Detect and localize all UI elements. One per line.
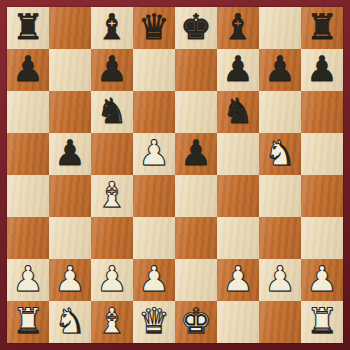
square-h7[interactable]: ♟ xyxy=(301,49,343,91)
square-d3[interactable] xyxy=(133,217,175,259)
square-f6[interactable]: ♞ xyxy=(217,91,259,133)
chess-board-frame: ♜♝♛♚♝♜♟♟♟♟♟♞♞♟♟♟♞♝♟♟♟♟♟♟♟♜♞♝♛♚♜ xyxy=(0,0,350,350)
square-a3[interactable] xyxy=(7,217,49,259)
square-d7[interactable] xyxy=(133,49,175,91)
square-e6[interactable] xyxy=(175,91,217,133)
square-h8[interactable]: ♜ xyxy=(301,7,343,49)
piece-white-pawn[interactable]: ♟ xyxy=(264,259,295,300)
square-c5[interactable] xyxy=(91,133,133,175)
square-a2[interactable]: ♟ xyxy=(7,259,49,301)
piece-white-queen[interactable]: ♛ xyxy=(138,301,169,342)
square-b1[interactable]: ♞ xyxy=(49,301,91,343)
piece-white-knight[interactable]: ♞ xyxy=(264,133,295,174)
square-h2[interactable]: ♟ xyxy=(301,259,343,301)
piece-white-pawn[interactable]: ♟ xyxy=(138,259,169,300)
square-b7[interactable] xyxy=(49,49,91,91)
piece-black-knight[interactable]: ♞ xyxy=(222,91,253,132)
piece-black-bishop[interactable]: ♝ xyxy=(96,7,127,48)
square-h6[interactable] xyxy=(301,91,343,133)
square-c7[interactable]: ♟ xyxy=(91,49,133,91)
piece-white-rook[interactable]: ♜ xyxy=(12,301,43,342)
square-g6[interactable] xyxy=(259,91,301,133)
piece-black-rook[interactable]: ♜ xyxy=(306,7,337,48)
square-a4[interactable] xyxy=(7,175,49,217)
piece-white-pawn[interactable]: ♟ xyxy=(96,259,127,300)
square-h4[interactable] xyxy=(301,175,343,217)
piece-black-queen[interactable]: ♛ xyxy=(138,7,169,48)
square-c4[interactable]: ♝ xyxy=(91,175,133,217)
piece-black-king[interactable]: ♚ xyxy=(180,7,211,48)
piece-black-pawn[interactable]: ♟ xyxy=(264,49,295,90)
square-e1[interactable]: ♚ xyxy=(175,301,217,343)
square-d6[interactable] xyxy=(133,91,175,133)
piece-white-pawn[interactable]: ♟ xyxy=(12,259,43,300)
square-g4[interactable] xyxy=(259,175,301,217)
square-b6[interactable] xyxy=(49,91,91,133)
piece-white-bishop[interactable]: ♝ xyxy=(96,301,127,342)
square-h3[interactable] xyxy=(301,217,343,259)
piece-black-pawn[interactable]: ♟ xyxy=(180,133,211,174)
square-g7[interactable]: ♟ xyxy=(259,49,301,91)
piece-black-rook[interactable]: ♜ xyxy=(12,7,43,48)
piece-black-pawn[interactable]: ♟ xyxy=(222,49,253,90)
piece-white-rook[interactable]: ♜ xyxy=(306,301,337,342)
square-c3[interactable] xyxy=(91,217,133,259)
square-d8[interactable]: ♛ xyxy=(133,7,175,49)
square-e5[interactable]: ♟ xyxy=(175,133,217,175)
square-a1[interactable]: ♜ xyxy=(7,301,49,343)
piece-white-pawn[interactable]: ♟ xyxy=(138,133,169,174)
piece-black-pawn[interactable]: ♟ xyxy=(306,49,337,90)
square-b3[interactable] xyxy=(49,217,91,259)
piece-black-knight[interactable]: ♞ xyxy=(96,91,127,132)
piece-black-pawn[interactable]: ♟ xyxy=(54,133,85,174)
piece-white-king[interactable]: ♚ xyxy=(180,301,211,342)
square-g1[interactable] xyxy=(259,301,301,343)
square-a6[interactable] xyxy=(7,91,49,133)
piece-white-pawn[interactable]: ♟ xyxy=(306,259,337,300)
square-h5[interactable] xyxy=(301,133,343,175)
square-e7[interactable] xyxy=(175,49,217,91)
square-h1[interactable]: ♜ xyxy=(301,301,343,343)
square-e4[interactable] xyxy=(175,175,217,217)
square-d4[interactable] xyxy=(133,175,175,217)
square-f1[interactable] xyxy=(217,301,259,343)
square-g3[interactable] xyxy=(259,217,301,259)
piece-white-pawn[interactable]: ♟ xyxy=(54,259,85,300)
square-a5[interactable] xyxy=(7,133,49,175)
square-b2[interactable]: ♟ xyxy=(49,259,91,301)
square-f5[interactable] xyxy=(217,133,259,175)
square-c8[interactable]: ♝ xyxy=(91,7,133,49)
piece-black-pawn[interactable]: ♟ xyxy=(12,49,43,90)
chess-board: ♜♝♛♚♝♜♟♟♟♟♟♞♞♟♟♟♞♝♟♟♟♟♟♟♟♜♞♝♛♚♜ xyxy=(7,7,343,343)
square-d1[interactable]: ♛ xyxy=(133,301,175,343)
square-f2[interactable]: ♟ xyxy=(217,259,259,301)
square-f3[interactable] xyxy=(217,217,259,259)
piece-white-pawn[interactable]: ♟ xyxy=(222,259,253,300)
square-d5[interactable]: ♟ xyxy=(133,133,175,175)
square-e3[interactable] xyxy=(175,217,217,259)
square-b8[interactable] xyxy=(49,7,91,49)
square-g5[interactable]: ♞ xyxy=(259,133,301,175)
square-b4[interactable] xyxy=(49,175,91,217)
square-a8[interactable]: ♜ xyxy=(7,7,49,49)
square-g8[interactable] xyxy=(259,7,301,49)
piece-white-knight[interactable]: ♞ xyxy=(54,301,85,342)
square-a7[interactable]: ♟ xyxy=(7,49,49,91)
piece-white-bishop[interactable]: ♝ xyxy=(96,175,127,216)
piece-black-pawn[interactable]: ♟ xyxy=(96,49,127,90)
square-e2[interactable] xyxy=(175,259,217,301)
square-g2[interactable]: ♟ xyxy=(259,259,301,301)
square-e8[interactable]: ♚ xyxy=(175,7,217,49)
square-c6[interactable]: ♞ xyxy=(91,91,133,133)
square-b5[interactable]: ♟ xyxy=(49,133,91,175)
square-c2[interactable]: ♟ xyxy=(91,259,133,301)
square-f4[interactable] xyxy=(217,175,259,217)
piece-black-bishop[interactable]: ♝ xyxy=(222,7,253,48)
square-d2[interactable]: ♟ xyxy=(133,259,175,301)
square-c1[interactable]: ♝ xyxy=(91,301,133,343)
square-f8[interactable]: ♝ xyxy=(217,7,259,49)
square-f7[interactable]: ♟ xyxy=(217,49,259,91)
